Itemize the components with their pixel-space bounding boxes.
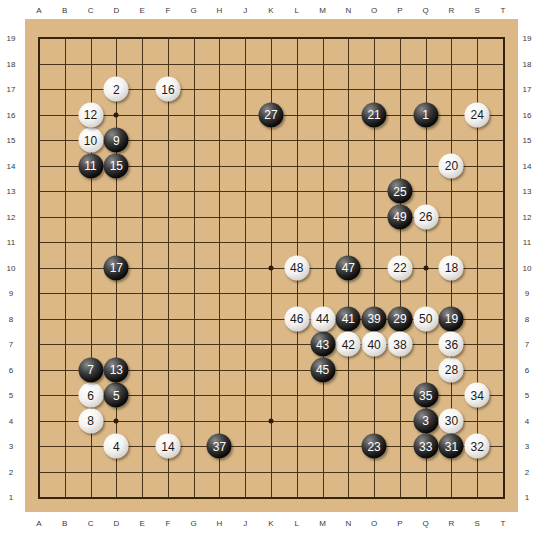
column-label-top-B: B — [62, 6, 67, 15]
move-number: 39 — [367, 312, 380, 326]
stone-black-N10: 47 — [336, 255, 361, 280]
move-number: 14 — [161, 439, 174, 453]
stone-white-P10: 22 — [387, 255, 412, 280]
column-label-bottom-B: B — [62, 519, 67, 528]
move-number: 13 — [110, 363, 123, 377]
move-number: 20 — [445, 159, 458, 173]
stone-white-F17: 16 — [155, 77, 180, 102]
row-label-right-5: 5 — [525, 391, 529, 400]
row-label-left-11: 11 — [7, 238, 15, 247]
move-number: 43 — [316, 337, 329, 351]
stone-black-R8: 19 — [439, 306, 464, 331]
move-number: 3 — [422, 414, 429, 428]
move-number: 26 — [419, 210, 432, 224]
move-number: 47 — [342, 261, 355, 275]
move-number: 1 — [422, 108, 429, 122]
stone-white-Q12: 26 — [413, 204, 438, 229]
stone-black-M6: 45 — [310, 357, 335, 382]
row-label-right-14: 14 — [523, 161, 532, 170]
column-label-bottom-M: M — [319, 519, 326, 528]
stone-black-P13: 25 — [387, 179, 412, 204]
star-point-D16 — [114, 112, 119, 117]
row-label-left-8: 8 — [9, 314, 13, 323]
move-number: 37 — [213, 439, 226, 453]
column-label-bottom-G: G — [191, 519, 197, 528]
stone-white-Q8: 50 — [413, 306, 438, 331]
row-label-right-13: 13 — [523, 187, 532, 196]
row-label-right-17: 17 — [523, 85, 532, 94]
move-number: 7 — [87, 363, 94, 377]
move-number: 33 — [419, 439, 432, 453]
column-label-top-M: M — [319, 6, 326, 15]
stone-white-D3: 4 — [104, 434, 129, 459]
stone-black-C6: 7 — [78, 357, 103, 382]
row-label-left-5: 5 — [9, 391, 13, 400]
row-label-right-6: 6 — [525, 365, 529, 374]
go-diagram: AABBCCDDEEFFGGHHJJKKLLMMNNOOPPQQRRSSTT19… — [0, 0, 540, 540]
grid-line-horizontal — [39, 344, 503, 345]
move-number: 19 — [445, 312, 458, 326]
move-number: 45 — [316, 363, 329, 377]
move-number: 29 — [393, 312, 406, 326]
stone-white-C4: 8 — [78, 408, 103, 433]
row-label-left-17: 17 — [7, 85, 16, 94]
column-label-top-G: G — [191, 6, 197, 15]
column-label-top-J: J — [243, 6, 247, 15]
move-number: 34 — [471, 388, 484, 402]
row-label-right-15: 15 — [523, 136, 532, 145]
stone-black-D6: 13 — [104, 357, 129, 382]
star-point-Q10 — [423, 265, 428, 270]
star-point-K4 — [269, 418, 274, 423]
grid-line-horizontal — [39, 293, 503, 294]
column-label-top-N: N — [345, 6, 351, 15]
row-label-left-9: 9 — [9, 289, 13, 298]
stone-black-R3: 31 — [439, 434, 464, 459]
row-label-left-16: 16 — [7, 110, 16, 119]
column-label-bottom-D: D — [113, 519, 119, 528]
move-number: 25 — [393, 184, 406, 198]
stone-white-R4: 30 — [439, 408, 464, 433]
move-number: 6 — [87, 388, 94, 402]
column-label-bottom-O: O — [371, 519, 377, 528]
stone-white-F3: 14 — [155, 434, 180, 459]
row-label-right-9: 9 — [525, 289, 529, 298]
move-number: 46 — [290, 312, 303, 326]
stone-white-R7: 36 — [439, 332, 464, 357]
column-label-bottom-K: K — [268, 519, 273, 528]
row-label-left-10: 10 — [7, 263, 16, 272]
star-point-K10 — [269, 265, 274, 270]
stone-black-O8: 39 — [362, 306, 387, 331]
row-label-right-4: 4 — [525, 416, 529, 425]
grid-line-vertical — [323, 38, 324, 497]
stone-white-S3: 32 — [465, 434, 490, 459]
stone-black-N8: 41 — [336, 306, 361, 331]
move-number: 21 — [367, 108, 380, 122]
move-number: 48 — [290, 261, 303, 275]
stone-black-Q4: 3 — [413, 408, 438, 433]
row-label-left-4: 4 — [9, 416, 13, 425]
move-number: 17 — [110, 261, 123, 275]
move-number: 42 — [342, 337, 355, 351]
move-number: 30 — [445, 414, 458, 428]
row-label-left-18: 18 — [7, 59, 16, 68]
row-label-left-1: 1 — [9, 493, 13, 502]
stone-black-D5: 5 — [104, 383, 129, 408]
move-number: 9 — [113, 133, 120, 147]
move-number: 4 — [113, 439, 120, 453]
stone-white-C15: 10 — [78, 128, 103, 153]
row-label-left-6: 6 — [9, 365, 13, 374]
move-number: 2 — [113, 82, 120, 96]
column-label-bottom-N: N — [345, 519, 351, 528]
move-number: 28 — [445, 363, 458, 377]
row-label-right-11: 11 — [523, 238, 531, 247]
row-label-left-14: 14 — [7, 161, 16, 170]
column-label-top-Q: Q — [423, 6, 429, 15]
stone-white-D17: 2 — [104, 77, 129, 102]
stone-black-M7: 43 — [310, 332, 335, 357]
move-number: 23 — [367, 439, 380, 453]
stone-black-Q5: 35 — [413, 383, 438, 408]
column-label-bottom-F: F — [165, 519, 170, 528]
row-label-left-13: 13 — [7, 187, 16, 196]
stone-black-P8: 29 — [387, 306, 412, 331]
column-label-top-L: L — [295, 6, 299, 15]
move-number: 35 — [419, 388, 432, 402]
column-label-bottom-H: H — [217, 519, 223, 528]
stone-black-Q3: 33 — [413, 434, 438, 459]
grid-line-horizontal — [39, 472, 503, 473]
row-label-left-2: 2 — [9, 467, 13, 476]
stone-black-O16: 21 — [362, 102, 387, 127]
stone-black-D14: 15 — [104, 153, 129, 178]
row-label-left-3: 3 — [9, 442, 13, 451]
column-label-top-H: H — [217, 6, 223, 15]
stone-black-D10: 17 — [104, 255, 129, 280]
stone-white-S16: 24 — [465, 102, 490, 127]
move-number: 22 — [393, 261, 406, 275]
column-label-bottom-T: T — [501, 519, 506, 528]
column-label-top-A: A — [36, 6, 41, 15]
stone-black-P12: 49 — [387, 204, 412, 229]
column-label-bottom-C: C — [88, 519, 94, 528]
stone-white-L8: 46 — [284, 306, 309, 331]
column-label-bottom-L: L — [295, 519, 299, 528]
stone-white-R10: 18 — [439, 255, 464, 280]
stone-white-L10: 48 — [284, 255, 309, 280]
row-label-left-19: 19 — [7, 34, 16, 43]
column-label-bottom-R: R — [449, 519, 455, 528]
row-label-right-1: 1 — [525, 493, 529, 502]
column-label-bottom-J: J — [243, 519, 247, 528]
column-label-top-K: K — [268, 6, 273, 15]
move-number: 16 — [161, 82, 174, 96]
row-label-right-18: 18 — [523, 59, 532, 68]
move-number: 5 — [113, 388, 120, 402]
stone-black-K16: 27 — [259, 102, 284, 127]
column-label-top-D: D — [113, 6, 119, 15]
column-label-bottom-S: S — [475, 519, 480, 528]
move-number: 50 — [419, 312, 432, 326]
column-label-top-R: R — [449, 6, 455, 15]
stone-black-O3: 23 — [362, 434, 387, 459]
stone-white-C5: 6 — [78, 383, 103, 408]
stone-white-R6: 28 — [439, 357, 464, 382]
row-label-right-12: 12 — [523, 212, 532, 221]
move-number: 32 — [471, 439, 484, 453]
stone-black-D15: 9 — [104, 128, 129, 153]
move-number: 8 — [87, 414, 94, 428]
column-label-top-S: S — [475, 6, 480, 15]
column-label-top-P: P — [397, 6, 402, 15]
stone-white-S5: 34 — [465, 383, 490, 408]
row-label-left-15: 15 — [7, 136, 16, 145]
move-number: 12 — [84, 108, 97, 122]
stone-white-P7: 38 — [387, 332, 412, 357]
stone-black-C14: 11 — [78, 153, 103, 178]
move-number: 41 — [342, 312, 355, 326]
column-label-top-C: C — [88, 6, 94, 15]
column-label-top-E: E — [139, 6, 144, 15]
stone-white-O7: 40 — [362, 332, 387, 357]
move-number: 38 — [393, 337, 406, 351]
column-label-top-O: O — [371, 6, 377, 15]
row-label-right-2: 2 — [525, 467, 529, 476]
move-number: 44 — [316, 312, 329, 326]
move-number: 40 — [367, 337, 380, 351]
row-label-right-8: 8 — [525, 314, 529, 323]
move-number: 36 — [445, 337, 458, 351]
move-number: 24 — [471, 108, 484, 122]
move-number: 15 — [110, 159, 123, 173]
column-label-top-F: F — [165, 6, 170, 15]
column-label-bottom-E: E — [139, 519, 144, 528]
column-label-bottom-P: P — [397, 519, 402, 528]
column-label-bottom-Q: Q — [423, 519, 429, 528]
move-number: 31 — [445, 439, 458, 453]
move-number: 18 — [445, 261, 458, 275]
stone-white-N7: 42 — [336, 332, 361, 357]
row-label-right-7: 7 — [525, 340, 529, 349]
column-label-top-T: T — [501, 6, 506, 15]
move-number: 10 — [84, 133, 97, 147]
stone-black-H3: 37 — [207, 434, 232, 459]
stone-white-M8: 44 — [310, 306, 335, 331]
row-label-right-3: 3 — [525, 442, 529, 451]
row-label-right-10: 10 — [523, 263, 532, 272]
stone-black-Q16: 1 — [413, 102, 438, 127]
row-label-right-19: 19 — [523, 34, 532, 43]
column-label-bottom-A: A — [36, 519, 41, 528]
move-number: 11 — [84, 159, 96, 173]
star-point-D4 — [114, 418, 119, 423]
stone-white-R14: 20 — [439, 153, 464, 178]
move-number: 49 — [393, 210, 406, 224]
row-label-left-7: 7 — [9, 340, 13, 349]
row-label-right-16: 16 — [523, 110, 532, 119]
stone-white-C16: 12 — [78, 102, 103, 127]
move-number: 27 — [264, 108, 277, 122]
row-label-left-12: 12 — [7, 212, 16, 221]
